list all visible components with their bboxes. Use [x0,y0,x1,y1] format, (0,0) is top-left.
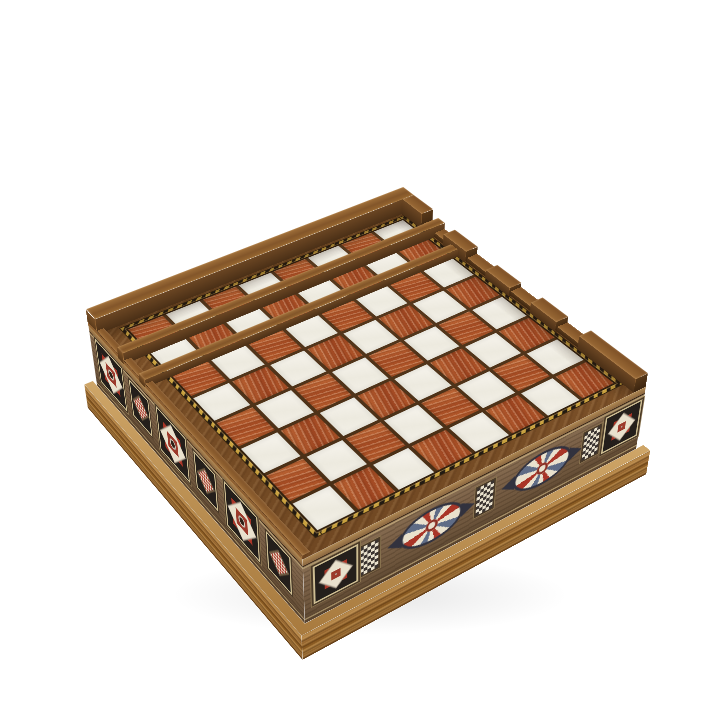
star-medallion [603,401,641,452]
diamond-mosaic [134,397,148,418]
chess-board-box [88,202,645,560]
product-photo-stage [0,0,720,720]
checkered-chip-inlay [360,539,378,576]
checkered-chip-inlay [475,480,494,516]
checkered-chip-inlay [582,426,601,461]
scene [160,155,560,555]
star-medallion [315,546,357,601]
diamond-mosaic [198,470,213,492]
diamond-mosaic [270,552,287,574]
